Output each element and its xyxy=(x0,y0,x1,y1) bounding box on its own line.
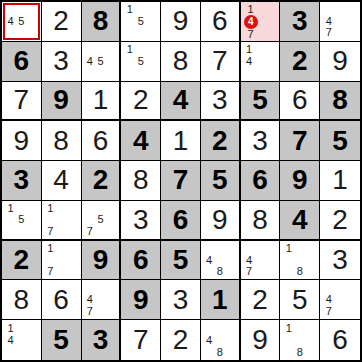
candidate-empty xyxy=(225,346,236,358)
solved-digit: 6 xyxy=(53,286,69,314)
candidate-pos-1: 1 xyxy=(5,203,16,214)
candidate-empty xyxy=(255,67,266,79)
candidate-pos-4: 4 xyxy=(5,334,16,346)
candidate-pos-5: 5 xyxy=(95,214,106,225)
candidate-empty xyxy=(95,67,106,79)
candidate-empty xyxy=(305,254,316,266)
candidate-empty xyxy=(266,266,277,278)
cell-r2c3[interactable]: 45 xyxy=(82,42,122,82)
solved-digit: 7 xyxy=(133,326,149,354)
given-digit: 3 xyxy=(93,326,109,354)
cell-r2c6[interactable]: 7 xyxy=(201,42,241,82)
cell-r4c6[interactable]: 2 xyxy=(201,121,241,161)
candidate-mark: 4 xyxy=(326,294,332,305)
candidate-pos-4: 4 xyxy=(85,294,96,306)
solved-digit: 3 xyxy=(133,206,149,234)
cell-r2c7[interactable]: 14 xyxy=(241,42,281,82)
cell-r1c6[interactable]: 6 xyxy=(201,2,241,42)
candidate-empty xyxy=(27,225,38,236)
candidate-mark: 1 xyxy=(127,44,133,55)
candidate-empty xyxy=(255,266,266,278)
candidate-pos-7: 7 xyxy=(244,266,255,278)
candidate-mark: 4 xyxy=(87,294,93,305)
candidate-empty xyxy=(146,67,157,79)
candidate-mark: 4 xyxy=(206,335,212,346)
cell-r6c7[interactable]: 8 xyxy=(241,201,281,241)
candidate-empty xyxy=(27,16,38,28)
candidate-mark: 1 xyxy=(7,203,13,214)
candidate-grid: 15 xyxy=(2,201,41,239)
solved-digit: 7 xyxy=(212,47,228,75)
candidate-pos-4: 4 xyxy=(323,16,334,28)
cell-r2c2[interactable]: 3 xyxy=(42,42,82,82)
cell-r1c2[interactable]: 2 xyxy=(42,2,82,42)
candidate-empty xyxy=(56,266,67,278)
cell-r8c1[interactable]: 8 xyxy=(2,280,42,320)
cell-r5c7[interactable]: 6 xyxy=(241,161,281,201)
cell-r7c5[interactable]: 5 xyxy=(161,241,201,281)
solved-digit: 4 xyxy=(53,166,69,194)
cell-r9c6[interactable]: 48 xyxy=(201,320,241,360)
candidate-mark: 7 xyxy=(87,306,93,317)
cell-r7c9[interactable]: 3 xyxy=(320,241,360,281)
candidate-empty xyxy=(346,306,357,318)
candidate-empty xyxy=(5,27,16,39)
candidate-pos-5: 5 xyxy=(135,55,146,67)
cell-r5c6[interactable]: 5 xyxy=(201,161,241,201)
solved-digit: 8 xyxy=(252,206,268,234)
candidate-empty xyxy=(283,334,294,346)
cell-r7c6[interactable]: 48 xyxy=(201,241,241,281)
cell-r1c9[interactable]: 47 xyxy=(320,2,360,42)
cell-r9c1[interactable]: 14 xyxy=(2,320,42,360)
given-digit: 5 xyxy=(252,86,268,114)
candidate-empty xyxy=(266,67,277,79)
candidate-empty xyxy=(294,334,305,346)
cell-r8c8[interactable]: 5 xyxy=(280,280,320,320)
candidate-empty xyxy=(305,346,316,358)
cell-r5c1[interactable]: 3 xyxy=(2,161,42,201)
cell-r2c8[interactable]: 2 xyxy=(280,42,320,82)
candidate-empty xyxy=(204,243,215,255)
candidate-empty xyxy=(27,203,38,214)
cell-r9c8[interactable]: 18 xyxy=(280,320,320,360)
candidate-empty xyxy=(67,254,78,266)
candidate-grid: 48 xyxy=(201,241,239,280)
candidate-empty xyxy=(85,44,96,56)
cell-r6c1[interactable]: 15 xyxy=(2,201,42,241)
solved-digit: 8 xyxy=(133,166,149,194)
candidate-empty xyxy=(334,16,345,28)
candidate-empty xyxy=(334,4,345,16)
candidate-empty xyxy=(95,306,106,318)
given-digit: 4 xyxy=(133,127,149,155)
candidate-pos-4: 4 xyxy=(85,55,96,67)
candidate-empty xyxy=(346,16,357,28)
candidate-empty xyxy=(214,334,225,346)
candidate-mark: 1 xyxy=(127,4,133,15)
candidate-empty xyxy=(225,254,236,266)
candidate-empty xyxy=(204,346,215,358)
candidate-empty xyxy=(5,4,16,16)
candidate-mark: 4 xyxy=(7,335,13,346)
candidate-empty xyxy=(146,4,157,16)
cell-r2c1[interactable]: 6 xyxy=(2,42,42,82)
solved-digit: 6 xyxy=(93,127,109,155)
cell-r9c9[interactable]: 6 xyxy=(320,320,360,360)
candidate-grid: 15 xyxy=(121,2,160,41)
candidate-grid: 147 xyxy=(241,2,280,41)
candidate-empty xyxy=(255,44,266,56)
cell-r6c2[interactable]: 17 xyxy=(42,201,82,241)
cell-r8c5[interactable]: 3 xyxy=(161,280,201,320)
candidate-mark: 4 xyxy=(246,255,252,266)
given-digit: 6 xyxy=(252,166,268,194)
candidate-empty xyxy=(85,282,96,294)
candidate-mark: 4 xyxy=(326,16,332,27)
candidate-empty xyxy=(283,254,294,266)
cell-r5c2[interactable]: 4 xyxy=(42,161,82,201)
candidate-mark: 4 xyxy=(206,255,212,266)
candidate-empty xyxy=(334,27,345,39)
candidate-mark: 4 xyxy=(87,56,93,67)
candidate-mark: 4 xyxy=(7,16,13,27)
cell-r1c7[interactable]: 147 xyxy=(241,2,281,42)
given-digit: 7 xyxy=(292,127,308,155)
hint-circled-candidate: 4 xyxy=(244,15,258,29)
candidate-empty xyxy=(255,243,266,255)
candidate-pos-5: 5 xyxy=(16,16,27,28)
cell-r5c4[interactable]: 8 xyxy=(121,161,161,201)
cell-r1c5[interactable]: 9 xyxy=(161,2,201,42)
candidate-empty xyxy=(5,346,16,358)
solved-digit: 3 xyxy=(212,86,228,114)
candidate-pos-5: 5 xyxy=(135,16,146,28)
cell-r9c4[interactable]: 7 xyxy=(121,320,161,360)
candidate-empty xyxy=(266,243,277,255)
candidate-empty xyxy=(67,225,78,236)
candidate-pos-4: 4 xyxy=(244,15,258,29)
candidate-empty xyxy=(85,214,96,225)
solved-digit: 8 xyxy=(14,286,30,314)
cell-r7c8[interactable]: 18 xyxy=(280,241,320,281)
cell-r3c6[interactable]: 3 xyxy=(201,82,241,122)
candidate-empty xyxy=(146,27,157,39)
candidate-pos-1: 1 xyxy=(124,4,135,16)
cell-r9c7[interactable]: 9 xyxy=(241,320,281,360)
candidate-empty xyxy=(95,225,106,236)
given-digit: 3 xyxy=(14,166,30,194)
cell-r5c5[interactable]: 7 xyxy=(161,161,201,201)
given-digit: 2 xyxy=(14,246,30,274)
candidate-mark: 1 xyxy=(286,323,292,334)
candidate-empty xyxy=(204,266,215,278)
candidate-mark: 5 xyxy=(138,16,144,27)
cell-r8c3[interactable]: 47 xyxy=(82,280,122,320)
cell-r9c5[interactable]: 2 xyxy=(161,320,201,360)
solved-digit: 5 xyxy=(292,286,308,314)
candidate-empty xyxy=(267,4,276,15)
given-digit: 1 xyxy=(212,286,228,314)
cell-r3c8[interactable]: 6 xyxy=(280,82,320,122)
candidate-pos-1: 1 xyxy=(244,4,258,15)
candidate-empty xyxy=(56,243,67,255)
given-digit: 6 xyxy=(173,206,189,234)
candidate-empty xyxy=(45,254,56,266)
candidate-empty xyxy=(106,294,117,306)
candidate-pos-7: 7 xyxy=(323,27,334,39)
candidate-empty xyxy=(16,322,27,334)
candidate-empty xyxy=(106,214,117,225)
cell-r3c7[interactable]: 5 xyxy=(241,82,281,122)
given-digit: 2 xyxy=(93,166,109,194)
cell-r1c1[interactable]: 45 xyxy=(2,2,42,42)
cell-r3c2[interactable]: 9 xyxy=(42,82,82,122)
candidate-empty xyxy=(124,67,135,79)
cell-r2c9[interactable]: 9 xyxy=(320,42,360,82)
candidate-empty xyxy=(305,334,316,346)
cell-r8c9[interactable]: 47 xyxy=(320,280,360,320)
candidate-empty xyxy=(323,4,334,16)
cell-r3c1[interactable]: 7 xyxy=(2,82,42,122)
candidate-pos-4: 4 xyxy=(244,254,255,266)
given-digit: 5 xyxy=(53,326,69,354)
cell-r2c4[interactable]: 15 xyxy=(121,42,161,82)
cell-r9c2[interactable]: 5 xyxy=(42,320,82,360)
cell-r4c7[interactable]: 3 xyxy=(241,121,281,161)
candidate-mark: 1 xyxy=(47,203,53,214)
candidate-pos-4: 4 xyxy=(204,334,215,346)
candidate-empty xyxy=(305,266,316,278)
cell-r7c1[interactable]: 2 xyxy=(2,241,42,281)
candidate-pos-4: 4 xyxy=(244,55,255,67)
cell-r8c7[interactable]: 2 xyxy=(241,280,281,320)
given-digit: 9 xyxy=(53,86,69,114)
candidate-empty xyxy=(244,67,255,79)
solved-digit: 3 xyxy=(53,47,69,75)
cell-r6c4[interactable]: 3 xyxy=(121,201,161,241)
candidate-empty xyxy=(45,214,56,225)
solved-digit: 3 xyxy=(252,127,268,155)
candidate-empty xyxy=(106,282,117,294)
candidate-mark: 7 xyxy=(326,306,332,317)
candidate-pos-7: 7 xyxy=(85,225,96,236)
candidate-empty xyxy=(27,346,38,358)
candidate-empty xyxy=(225,266,236,278)
candidate-grid: 17 xyxy=(42,241,81,280)
candidate-empty xyxy=(95,282,106,294)
candidate-pos-8: 8 xyxy=(294,266,305,278)
cell-r1c4[interactable]: 15 xyxy=(121,2,161,42)
sudoku-board: 4528159614734763451587142979124356898641… xyxy=(0,0,362,362)
cell-r3c4[interactable]: 2 xyxy=(121,82,161,122)
given-digit: 4 xyxy=(173,86,189,114)
candidate-empty xyxy=(266,55,277,67)
candidate-mark: 8 xyxy=(297,266,303,277)
candidate-empty xyxy=(56,214,67,225)
candidate-empty xyxy=(146,16,157,28)
candidate-pos-1: 1 xyxy=(5,322,16,334)
solved-digit: 2 xyxy=(133,86,149,114)
cell-r2c5[interactable]: 8 xyxy=(161,42,201,82)
candidate-mark: 5 xyxy=(18,214,24,225)
candidate-pos-7: 7 xyxy=(85,306,96,318)
candidate-pos-1: 1 xyxy=(283,322,294,334)
candidate-pos-5: 5 xyxy=(16,214,27,225)
candidate-grid: 14 xyxy=(241,42,280,81)
candidate-empty xyxy=(294,322,305,334)
solved-digit: 3 xyxy=(332,246,348,274)
solved-digit: 6 xyxy=(292,86,308,114)
given-digit: 9 xyxy=(133,286,149,314)
cell-r6c6[interactable]: 9 xyxy=(201,201,241,241)
candidate-pos-1: 1 xyxy=(124,44,135,56)
candidate-empty xyxy=(56,225,67,236)
candidate-empty xyxy=(106,67,117,79)
candidate-empty xyxy=(27,334,38,346)
candidate-empty xyxy=(106,44,117,56)
cell-r4c2[interactable]: 8 xyxy=(42,121,82,161)
candidate-mark: 1 xyxy=(248,4,254,15)
solved-digit: 7 xyxy=(14,86,30,114)
solved-digit: 9 xyxy=(173,7,189,35)
candidate-pos-1: 1 xyxy=(45,243,56,255)
candidate-empty xyxy=(106,55,117,67)
given-digit: 5 xyxy=(212,166,228,194)
candidate-pos-8: 8 xyxy=(294,346,305,358)
cell-r3c3[interactable]: 1 xyxy=(82,82,122,122)
candidate-pos-7: 7 xyxy=(45,225,56,236)
candidate-empty xyxy=(135,4,146,16)
candidate-pos-1: 1 xyxy=(45,203,56,214)
candidate-empty xyxy=(305,243,316,255)
candidate-empty xyxy=(56,254,67,266)
cell-r3c9[interactable]: 8 xyxy=(320,82,360,122)
solved-digit: 9 xyxy=(332,47,348,75)
solved-digit: 1 xyxy=(332,166,348,194)
given-digit: 2 xyxy=(212,127,228,155)
cell-r9c3[interactable]: 3 xyxy=(82,320,122,360)
cell-r5c3[interactable]: 2 xyxy=(82,161,122,201)
candidate-empty xyxy=(225,243,236,255)
given-digit: 5 xyxy=(332,127,348,155)
candidate-empty xyxy=(225,334,236,346)
candidate-empty xyxy=(27,214,38,225)
candidate-empty xyxy=(16,225,27,236)
cell-r8c6[interactable]: 1 xyxy=(201,280,241,320)
candidate-empty xyxy=(294,243,305,255)
cell-r7c3[interactable]: 9 xyxy=(82,241,122,281)
solved-digit: 8 xyxy=(53,127,69,155)
candidate-empty xyxy=(267,29,276,40)
cell-r4c8[interactable]: 7 xyxy=(280,121,320,161)
candidate-empty xyxy=(258,29,267,40)
given-digit: 9 xyxy=(292,166,308,194)
candidate-empty xyxy=(204,322,215,334)
given-digit: 9 xyxy=(93,246,109,274)
cell-r6c9[interactable]: 2 xyxy=(320,201,360,241)
cell-r3c5[interactable]: 4 xyxy=(161,82,201,122)
candidate-grid: 14 xyxy=(2,320,41,360)
candidate-empty xyxy=(95,44,106,56)
cell-r4c5[interactable]: 1 xyxy=(161,121,201,161)
candidate-empty xyxy=(135,67,146,79)
candidate-empty xyxy=(106,203,117,214)
solved-digit: 2 xyxy=(252,286,268,314)
candidate-empty xyxy=(258,4,267,15)
given-digit: 8 xyxy=(93,7,109,35)
cell-r1c3[interactable]: 8 xyxy=(82,2,122,42)
given-digit: 2 xyxy=(292,47,308,75)
candidate-empty xyxy=(266,44,277,56)
candidate-empty xyxy=(5,214,16,225)
candidate-empty xyxy=(106,306,117,318)
cell-r8c2[interactable]: 6 xyxy=(42,280,82,320)
candidate-pos-5: 5 xyxy=(95,55,106,67)
candidate-empty xyxy=(283,346,294,358)
candidate-empty xyxy=(323,282,334,294)
candidate-mark: 7 xyxy=(87,226,93,237)
cell-r1c8[interactable]: 3 xyxy=(280,2,320,42)
candidate-empty xyxy=(334,306,345,318)
cell-r8c4[interactable]: 9 xyxy=(121,280,161,320)
candidate-mark: 5 xyxy=(18,16,24,27)
candidate-empty xyxy=(67,243,78,255)
given-digit: 6 xyxy=(133,246,149,274)
candidate-empty xyxy=(16,346,27,358)
candidate-empty xyxy=(27,27,38,39)
solved-digit: 3 xyxy=(173,286,189,314)
candidate-empty xyxy=(214,254,225,266)
candidate-empty xyxy=(16,334,27,346)
candidate-empty xyxy=(244,243,255,255)
cell-r7c7[interactable]: 47 xyxy=(241,241,281,281)
solved-digit: 8 xyxy=(173,47,189,75)
candidate-empty xyxy=(16,27,27,39)
cell-r7c4[interactable]: 6 xyxy=(121,241,161,281)
cell-r4c1[interactable]: 9 xyxy=(2,121,42,161)
candidate-pos-7: 7 xyxy=(323,306,334,318)
cell-r6c5[interactable]: 6 xyxy=(161,201,201,241)
given-digit: 4 xyxy=(292,206,308,234)
cell-r4c4[interactable]: 4 xyxy=(121,121,161,161)
candidate-empty xyxy=(283,266,294,278)
candidate-empty xyxy=(124,27,135,39)
given-digit: 8 xyxy=(332,86,348,114)
cell-r5c8[interactable]: 9 xyxy=(280,161,320,201)
solved-digit: 9 xyxy=(212,206,228,234)
candidate-empty xyxy=(5,225,16,236)
candidate-mark: 8 xyxy=(217,347,223,358)
candidate-pos-7: 7 xyxy=(45,266,56,278)
solved-digit: 2 xyxy=(53,7,69,35)
candidate-pos-1: 1 xyxy=(244,44,255,56)
cell-r5c9[interactable]: 1 xyxy=(320,161,360,201)
cell-r6c3[interactable]: 57 xyxy=(82,201,122,241)
cell-r4c9[interactable]: 5 xyxy=(320,121,360,161)
cell-r6c8[interactable]: 4 xyxy=(280,201,320,241)
candidate-empty xyxy=(146,44,157,56)
cell-r7c2[interactable]: 17 xyxy=(42,241,82,281)
candidate-grid: 47 xyxy=(241,241,280,280)
candidate-grid: 45 xyxy=(82,42,120,81)
candidate-pos-1: 1 xyxy=(283,243,294,255)
candidate-empty xyxy=(27,322,38,334)
candidate-empty xyxy=(346,294,357,306)
solved-digit: 9 xyxy=(14,127,30,155)
candidate-empty xyxy=(67,203,78,214)
cell-r4c3[interactable]: 6 xyxy=(82,121,122,161)
